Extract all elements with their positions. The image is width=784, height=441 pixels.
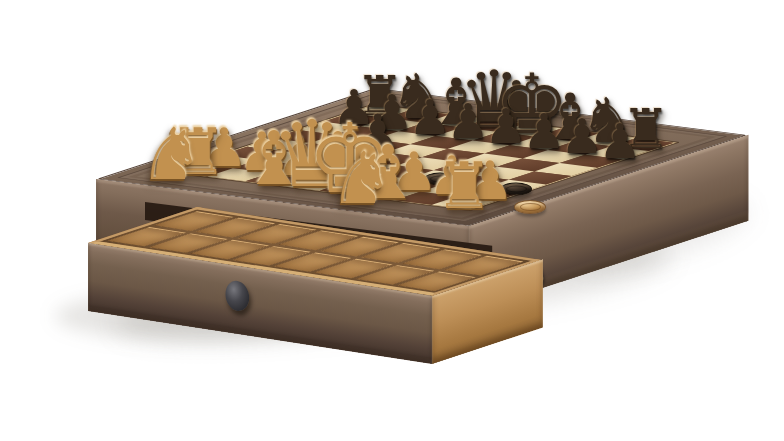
product-photo-scene: ♜♞♝♛♚♝♞♜♟♟♟♟♟♟♟♟♟♟♟♟♟♟♟♟♟♜♞♝♛♚♝♞♜ (0, 0, 784, 441)
white-knight-b1: ♞ (139, 117, 204, 189)
black-pawn-f7: ♟ (522, 107, 565, 155)
white-rook-h1: ♜ (435, 153, 492, 217)
black-pawn-e7: ♟ (484, 102, 527, 150)
black-pawn-h7: ♟ (598, 116, 641, 164)
black-pawn-g7: ♟ (560, 112, 603, 160)
checker-ring (520, 203, 541, 211)
white-knight-g1: ♞ (329, 141, 394, 213)
black-pawn-d7: ♟ (446, 97, 489, 145)
light-checker-h2 (514, 200, 546, 214)
drawer-knob (226, 279, 250, 313)
